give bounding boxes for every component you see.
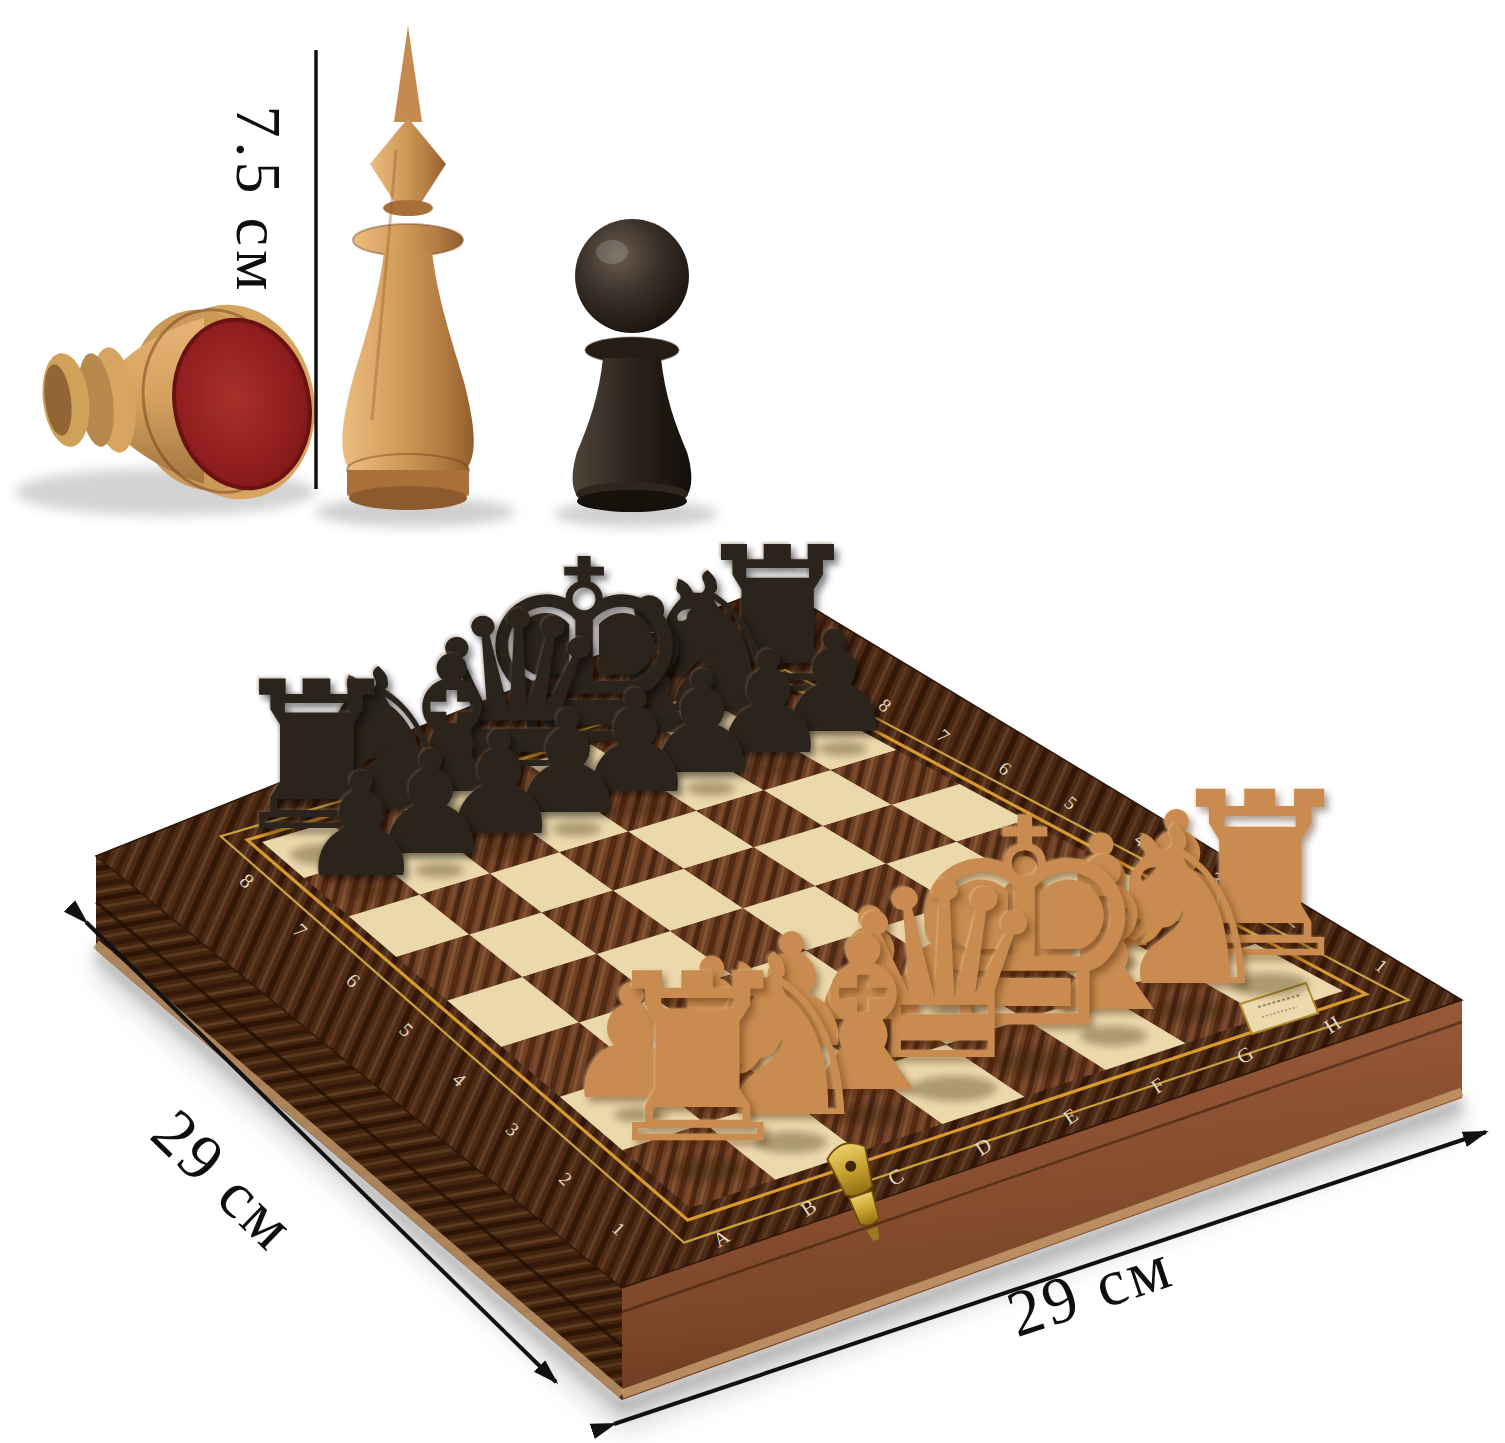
product-photo: 1234567812345678ABCDEFGH ♜♞♝♛♚♝♞♜♟♟♟♟♟♟♟… (0, 0, 1505, 1443)
standalone-white-king (342, 26, 474, 510)
standalone-black-pawn (573, 219, 692, 512)
piece-height-label: 7.5 см (221, 106, 295, 295)
standalone-pieces (15, 26, 718, 527)
